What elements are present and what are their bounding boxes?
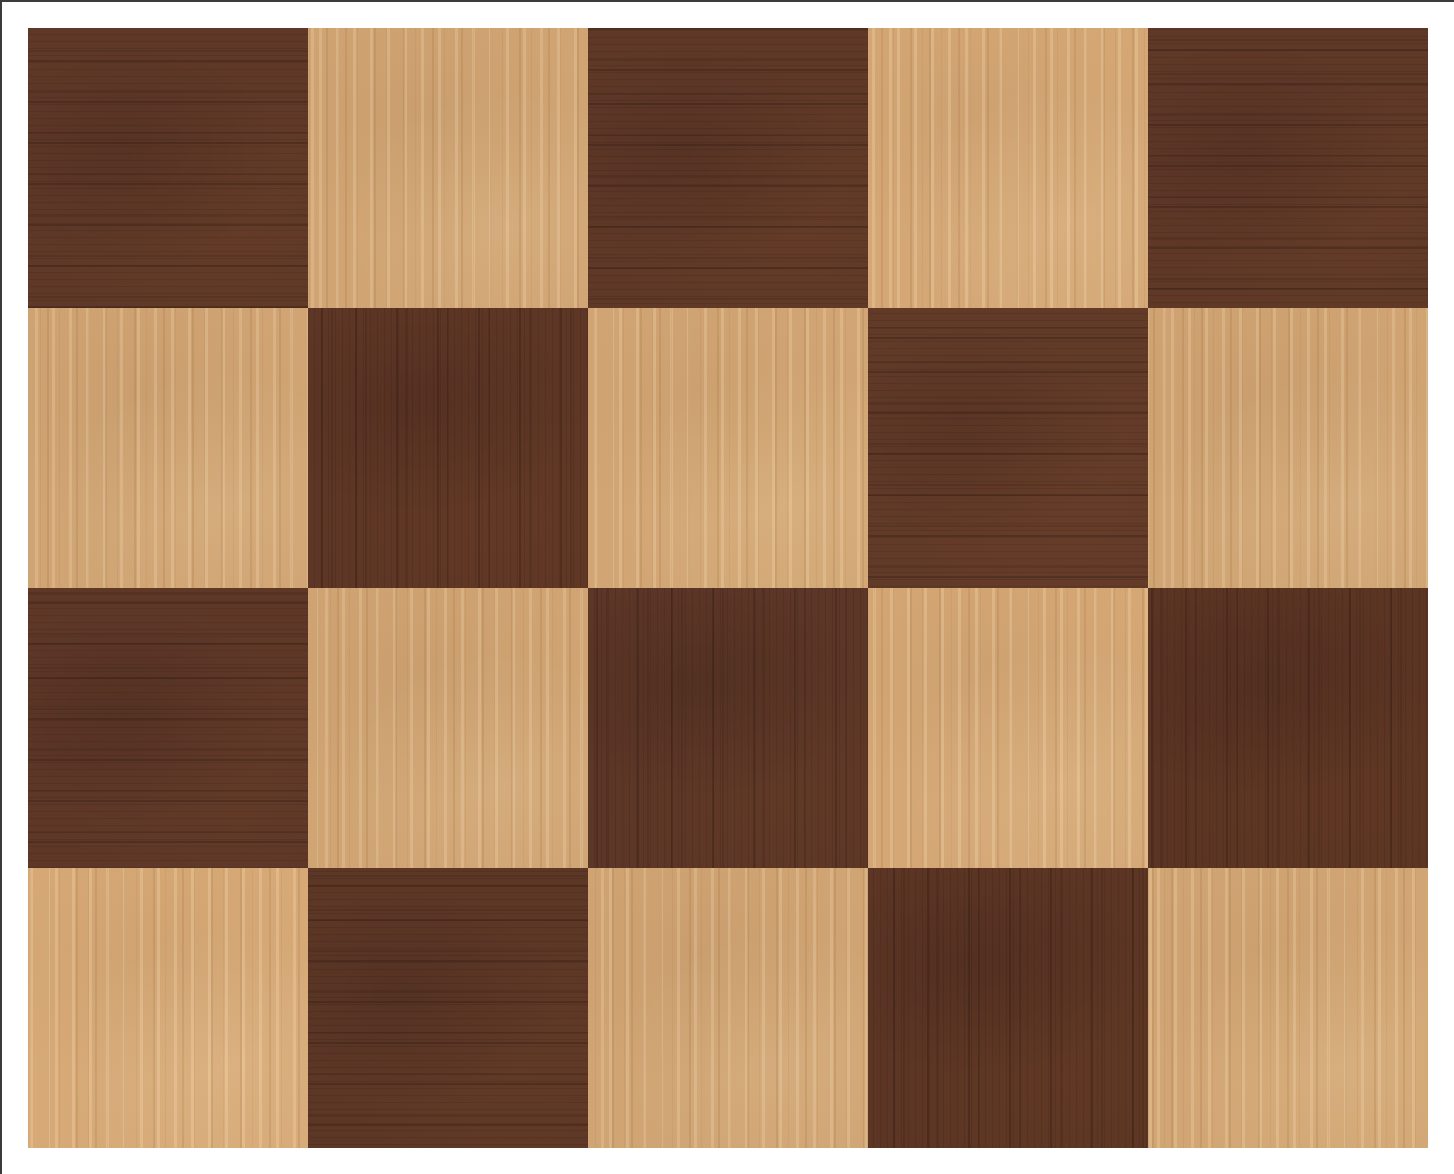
board-square-r3c3[interactable] — [588, 588, 868, 868]
chess-board[interactable] — [28, 28, 1428, 1148]
page-background — [0, 0, 1454, 1174]
board-square-r4c2[interactable] — [308, 868, 588, 1148]
board-square-r1c2[interactable] — [308, 28, 588, 308]
board-square-r2c1[interactable] — [28, 308, 308, 588]
board-square-r4c1[interactable] — [28, 868, 308, 1148]
board-square-r1c3[interactable] — [588, 28, 868, 308]
board-square-r3c5[interactable] — [1148, 588, 1428, 868]
board-square-r3c1[interactable] — [28, 588, 308, 868]
board-square-r2c4[interactable] — [868, 308, 1148, 588]
window-left-border — [0, 0, 2, 1174]
board-square-r2c2[interactable] — [308, 308, 588, 588]
board-square-r4c3[interactable] — [588, 868, 868, 1148]
board-square-r1c5[interactable] — [1148, 28, 1428, 308]
board-square-r2c3[interactable] — [588, 308, 868, 588]
board-square-r4c4[interactable] — [868, 868, 1148, 1148]
board-square-r4c5[interactable] — [1148, 868, 1428, 1148]
board-square-r1c4[interactable] — [868, 28, 1148, 308]
board-square-r2c5[interactable] — [1148, 308, 1428, 588]
board-square-r3c2[interactable] — [308, 588, 588, 868]
window-top-border — [0, 0, 1454, 2]
board-square-r1c1[interactable] — [28, 28, 308, 308]
board-square-r3c4[interactable] — [868, 588, 1148, 868]
